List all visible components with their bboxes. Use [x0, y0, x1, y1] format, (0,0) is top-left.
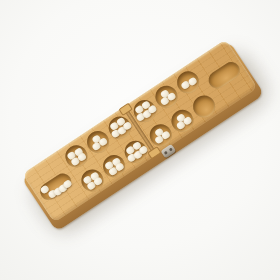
board-top-surface	[22, 39, 257, 222]
store-left[interactable]	[37, 170, 75, 203]
mancala-board	[22, 39, 257, 222]
photo-background	[0, 0, 280, 280]
store-right[interactable]	[205, 59, 243, 92]
